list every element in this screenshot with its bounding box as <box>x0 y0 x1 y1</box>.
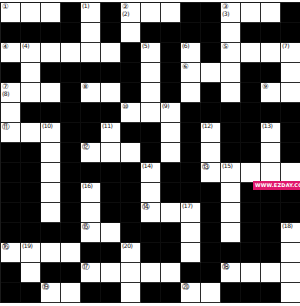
cell-r2c7[interactable] <box>121 23 141 43</box>
cell-r9c13[interactable] <box>241 163 261 183</box>
clue-number-r3c8: (5) <box>142 43 149 51</box>
cell-r1c2[interactable] <box>21 3 41 23</box>
cell-r1c5[interactable]: (1) <box>81 3 101 23</box>
clue-number-r7c6: (11) <box>102 123 112 131</box>
black-cell-r1c15 <box>281 3 300 23</box>
cell-r7c14[interactable]: (13) <box>261 123 281 143</box>
cell-r1c8[interactable] <box>141 3 161 23</box>
cell-r4c8[interactable] <box>141 63 161 83</box>
black-cell-r14c11 <box>201 263 221 283</box>
black-cell-r10c6 <box>101 183 121 203</box>
black-cell-r7c12 <box>221 123 241 143</box>
black-cell-r2c2 <box>21 23 41 43</box>
cell-r8c9[interactable] <box>161 143 181 163</box>
cell-r1c3[interactable] <box>41 3 61 23</box>
black-cell-r6c14 <box>261 103 281 123</box>
clue-number-r15c3: ⑲ <box>42 283 49 291</box>
clue-number-r14c12: ⑱ <box>222 263 229 271</box>
crossword-board: WWW.EZDAY.CO.KR ①(1)②(2)③(3)④(4)(5)(6)⑤(… <box>0 2 300 303</box>
black-cell-r15c13 <box>241 283 261 303</box>
cell-r3c3[interactable] <box>41 43 61 63</box>
cell-r9c8[interactable]: (14) <box>141 163 161 183</box>
cell-r12c5[interactable]: ⑮ <box>81 223 101 243</box>
black-cell-r15c5 <box>81 283 101 303</box>
black-cell-r11c11 <box>201 203 221 223</box>
black-cell-r12c14 <box>261 223 281 243</box>
black-cell-r2c1 <box>1 23 21 43</box>
clue-number-r7c3: (10) <box>42 123 52 131</box>
black-cell-r7c15 <box>281 123 300 143</box>
cell-r12c12[interactable] <box>221 223 241 243</box>
black-cell-r4c1 <box>1 63 21 83</box>
cell-r15c10[interactable]: ⑳ <box>181 283 201 303</box>
black-cell-r2c4 <box>61 23 81 43</box>
cell-r5c8[interactable] <box>141 83 161 103</box>
cell-r8c11[interactable] <box>201 143 221 163</box>
clue-number-r7c1: ⑪ <box>2 123 9 131</box>
black-cell-r5c4 <box>61 83 81 103</box>
black-cell-r4c6 <box>101 63 121 83</box>
black-cell-r5c9 <box>161 83 181 103</box>
cell-r8c14[interactable] <box>261 143 281 163</box>
cell-r9c14[interactable] <box>261 163 281 183</box>
cell-r13c2[interactable]: (19) <box>21 243 41 263</box>
cell-r1c9[interactable] <box>161 3 181 23</box>
black-cell-r13c5 <box>81 243 101 263</box>
watermark: WWW.EZDAY.CO.KR <box>253 181 300 190</box>
cell-r7c2[interactable] <box>21 123 41 143</box>
cell-r7c1[interactable]: ⑪ <box>1 123 21 143</box>
black-cell-r7c10 <box>181 123 201 143</box>
cell-r13c10[interactable] <box>181 243 201 263</box>
black-cell-r6c13 <box>241 103 261 123</box>
black-cell-r13c14 <box>261 243 281 263</box>
clue-number-r7c11: (12) <box>202 123 212 131</box>
black-cell-r13c6 <box>101 243 121 263</box>
black-cell-r15c1 <box>1 283 21 303</box>
cell-r1c13[interactable] <box>241 3 261 23</box>
cell-r12c15[interactable]: (18) <box>281 223 300 243</box>
cell-r6c8[interactable] <box>141 103 161 123</box>
cell-r4c11[interactable] <box>201 63 221 83</box>
cell-r4c2[interactable] <box>21 63 41 83</box>
cell-r10c3[interactable] <box>41 183 61 203</box>
black-cell-r2c14 <box>261 23 281 43</box>
black-cell-r6c12 <box>221 103 241 123</box>
black-cell-r9c5 <box>81 163 101 183</box>
black-cell-r8c1 <box>1 143 21 163</box>
cell-r15c4[interactable] <box>61 283 81 303</box>
cell-r15c15[interactable] <box>281 283 300 303</box>
cell-r5c15[interactable] <box>281 83 300 103</box>
cell-r12c10[interactable] <box>181 223 201 243</box>
black-cell-r15c9 <box>161 283 181 303</box>
black-cell-r8c15 <box>281 143 300 163</box>
black-cell-r13c11 <box>201 243 221 263</box>
black-cell-r8c8 <box>141 143 161 163</box>
cell-r6c7[interactable]: ⑩ <box>121 103 141 123</box>
clue-number-r1c5: (1) <box>82 3 89 11</box>
black-cell-r12c11 <box>201 223 221 243</box>
cell-r14c7[interactable] <box>121 263 141 283</box>
black-cell-r11c7 <box>121 203 141 223</box>
black-cell-r10c4 <box>61 183 81 203</box>
clue-number-r6c9: (9) <box>162 103 169 111</box>
cell-r1c14[interactable] <box>261 3 281 23</box>
black-cell-r4c14 <box>261 63 281 83</box>
cell-r14c13[interactable] <box>241 263 261 283</box>
cell-r13c4[interactable] <box>61 243 81 263</box>
black-cell-r6c10 <box>181 103 201 123</box>
cell-r4c15[interactable] <box>281 63 300 83</box>
cell-r11c3[interactable] <box>41 203 61 223</box>
cell-r3c8[interactable]: (5) <box>141 43 161 63</box>
clue-number-r9c8: (14) <box>142 163 152 171</box>
clue-number-r5c1: ⑦(8) <box>2 83 9 98</box>
cell-r3c15[interactable]: (7) <box>281 43 300 63</box>
cell-r12c6[interactable] <box>101 223 121 243</box>
black-cell-r6c2 <box>21 103 41 123</box>
black-cell-r4c13 <box>241 63 261 83</box>
cell-r5c6[interactable] <box>101 83 121 103</box>
black-cell-r1c10 <box>181 3 201 23</box>
black-cell-r13c12 <box>221 243 241 263</box>
black-cell-r7c8 <box>141 123 161 143</box>
clue-number-r10c5: (16) <box>82 183 92 191</box>
black-cell-r7c13 <box>241 123 261 143</box>
cell-r13c1[interactable]: ⑯ <box>1 243 21 263</box>
cell-r7c11[interactable]: (12) <box>201 123 221 143</box>
black-cell-r15c12 <box>221 283 241 303</box>
black-cell-r11c14 <box>261 203 281 223</box>
cell-r4c12[interactable] <box>221 63 241 83</box>
black-cell-r2c11 <box>201 23 221 43</box>
cell-r3c10[interactable]: (6) <box>181 43 201 63</box>
cell-r14c6[interactable] <box>101 263 121 283</box>
clue-number-r13c7: (20) <box>122 243 132 251</box>
black-cell-r12c4 <box>61 223 81 243</box>
cell-r14c5[interactable]: ⑰ <box>81 263 101 283</box>
black-cell-r2c15 <box>281 23 300 43</box>
black-cell-r12c1 <box>1 223 21 243</box>
cell-r7c9[interactable] <box>161 123 181 143</box>
black-cell-r12c9 <box>161 223 181 243</box>
black-cell-r9c7 <box>121 163 141 183</box>
black-cell-r12c8 <box>141 223 161 243</box>
cell-r14c15[interactable] <box>281 263 300 283</box>
black-cell-r1c6 <box>101 3 121 23</box>
black-cell-r2c6 <box>101 23 121 43</box>
cell-r3c1[interactable]: ④ <box>1 43 21 63</box>
cell-r5c3[interactable] <box>41 83 61 103</box>
black-cell-r12c3 <box>41 223 61 243</box>
clue-number-r11c8: ⑭ <box>142 203 149 211</box>
black-cell-r9c6 <box>101 163 121 183</box>
black-cell-r13c13 <box>241 243 261 263</box>
black-cell-r7c5 <box>81 123 101 143</box>
black-cell-r15c14 <box>261 283 281 303</box>
cell-r1c1[interactable]: ① <box>1 3 21 23</box>
cell-r3c14[interactable] <box>261 43 281 63</box>
cell-r15c3[interactable]: ⑲ <box>41 283 61 303</box>
black-cell-r10c10 <box>181 183 201 203</box>
cell-r14c14[interactable] <box>261 263 281 283</box>
black-cell-r9c10 <box>181 163 201 183</box>
black-cell-r4c9 <box>161 63 181 83</box>
cell-r10c12[interactable] <box>221 183 241 203</box>
cell-r1c7[interactable]: ②(2) <box>121 3 141 23</box>
cell-r13c7[interactable]: (20) <box>121 243 141 263</box>
black-cell-r6c3 <box>41 103 61 123</box>
clue-number-r3c12: ⑤ <box>222 43 228 51</box>
cell-r7c6[interactable]: (11) <box>101 123 121 143</box>
cell-r11c9[interactable] <box>161 203 181 223</box>
black-cell-r2c3 <box>41 23 61 43</box>
cell-r4c10[interactable]: ⑥ <box>181 63 201 83</box>
black-cell-r2c9 <box>161 23 181 43</box>
black-cell-r8c10 <box>181 143 201 163</box>
cell-r5c10[interactable] <box>181 83 201 103</box>
black-cell-r9c2 <box>21 163 41 183</box>
clue-number-r12c15: (18) <box>282 223 292 231</box>
clue-number-r1c7: ②(2) <box>122 3 129 18</box>
cell-r7c3[interactable]: (10) <box>41 123 61 143</box>
clue-number-r11c10: (17) <box>182 203 192 211</box>
cell-r13c15[interactable] <box>281 243 300 263</box>
clue-number-r3c1: ④ <box>2 43 8 51</box>
black-cell-r8c2 <box>21 143 41 163</box>
clue-number-r13c1: ⑯ <box>2 243 9 251</box>
black-cell-r15c8 <box>141 283 161 303</box>
black-cell-r6c5 <box>81 103 101 123</box>
black-cell-r6c6 <box>101 103 121 123</box>
clue-number-r1c12: ③(3) <box>222 3 229 18</box>
cell-r11c10[interactable]: (17) <box>181 203 201 223</box>
black-cell-r3c11 <box>201 43 221 63</box>
black-cell-r6c15 <box>281 103 300 123</box>
black-cell-r10c7 <box>121 183 141 203</box>
black-cell-r4c3 <box>41 63 61 83</box>
clue-number-r13c2: (19) <box>22 243 32 251</box>
cell-r9c11[interactable]: ⑬ <box>201 163 221 183</box>
black-cell-r2c13 <box>241 23 261 43</box>
black-cell-r12c7 <box>121 223 141 243</box>
black-cell-r11c2 <box>21 203 41 223</box>
clue-number-r1c1: ① <box>2 3 8 11</box>
black-cell-r13c9 <box>161 243 181 263</box>
clue-number-r5c14: ⑨ <box>262 83 268 91</box>
black-cell-r14c1 <box>1 263 21 283</box>
black-cell-r7c4 <box>61 123 81 143</box>
clue-number-r15c10: ⑳ <box>182 283 189 291</box>
black-cell-r3c9 <box>161 43 181 63</box>
black-cell-r10c11 <box>201 183 221 203</box>
cell-r10c8[interactable] <box>141 183 161 203</box>
black-cell-r5c7 <box>121 83 141 103</box>
cell-r14c12[interactable]: ⑱ <box>221 263 241 283</box>
black-cell-r9c9 <box>161 163 181 183</box>
clue-number-r6c7: ⑩ <box>122 103 128 111</box>
cell-r14c2[interactable] <box>21 263 41 283</box>
black-cell-r2c10 <box>181 23 201 43</box>
black-cell-r7c7 <box>121 123 141 143</box>
cell-r6c1[interactable] <box>1 103 21 123</box>
black-cell-r11c4 <box>61 203 81 223</box>
cell-r3c2[interactable]: (4) <box>21 43 41 63</box>
cell-r6c9[interactable]: (9) <box>161 103 181 123</box>
cell-r5c1[interactable]: ⑦(8) <box>1 83 21 103</box>
cell-r1c12[interactable]: ③(3) <box>221 3 241 23</box>
cell-r8c5[interactable]: ⑫ <box>81 143 101 163</box>
clue-number-r4c10: ⑥ <box>182 63 188 71</box>
black-cell-r5c11 <box>201 83 221 103</box>
clue-number-r3c2: (4) <box>22 43 29 51</box>
clue-number-r3c10: (6) <box>182 43 189 51</box>
black-cell-r10c9 <box>161 183 181 203</box>
black-cell-r15c2 <box>21 283 41 303</box>
cell-r14c9[interactable] <box>161 263 181 283</box>
cell-r3c12[interactable]: ⑤ <box>221 43 241 63</box>
black-cell-r6c11 <box>201 103 221 123</box>
cell-r15c11[interactable] <box>201 283 221 303</box>
cell-r15c7[interactable] <box>121 283 141 303</box>
cell-r9c3[interactable] <box>41 163 61 183</box>
black-cell-r3c7 <box>121 43 141 63</box>
cell-r2c5[interactable] <box>81 23 101 43</box>
black-cell-r6c4 <box>61 103 81 123</box>
black-cell-r4c4 <box>61 63 81 83</box>
cell-r11c8[interactable]: ⑭ <box>141 203 161 223</box>
black-cell-r14c10 <box>181 263 201 283</box>
cell-r3c4[interactable] <box>61 43 81 63</box>
clue-number-r9c11: ⑬ <box>202 163 209 171</box>
cell-r10c5[interactable]: (16) <box>81 183 101 203</box>
cell-r8c7[interactable] <box>121 143 141 163</box>
black-cell-r9c1 <box>1 163 21 183</box>
black-cell-r11c6 <box>101 203 121 223</box>
cell-r5c12[interactable] <box>221 83 241 103</box>
clue-number-r5c5: ⑧ <box>82 83 88 91</box>
cell-r3c13[interactable] <box>241 43 261 63</box>
cell-r8c3[interactable] <box>41 143 61 163</box>
black-cell-r10c1 <box>1 183 21 203</box>
cell-r8c6[interactable] <box>101 143 121 163</box>
black-cell-r11c1 <box>1 203 21 223</box>
clue-number-r9c12: (15) <box>222 163 232 171</box>
black-cell-r14c4 <box>61 263 81 283</box>
black-cell-r13c8 <box>141 243 161 263</box>
black-cell-r8c13 <box>241 143 261 163</box>
black-cell-r12c13 <box>241 223 261 243</box>
black-cell-r4c7 <box>121 63 141 83</box>
black-cell-r12c2 <box>21 223 41 243</box>
clue-number-r7c14: (13) <box>262 123 272 131</box>
cell-r3c6[interactable] <box>101 43 121 63</box>
black-cell-r5c13 <box>241 83 261 103</box>
black-cell-r1c4 <box>61 3 81 23</box>
clue-number-r12c5: ⑮ <box>82 223 89 231</box>
cell-r5c5[interactable]: ⑧ <box>81 83 101 103</box>
cell-r14c8[interactable] <box>141 263 161 283</box>
cell-r9c12[interactable]: (15) <box>221 163 241 183</box>
cell-r11c12[interactable] <box>221 203 241 223</box>
black-cell-r8c12 <box>221 143 241 163</box>
cell-r9c15[interactable] <box>281 163 300 183</box>
cell-r5c2[interactable] <box>21 83 41 103</box>
black-cell-r8c4 <box>61 143 81 163</box>
black-cell-r9c4 <box>61 163 81 183</box>
clue-number-r3c15: (7) <box>282 43 289 51</box>
black-cell-r4c5 <box>81 63 101 83</box>
cell-r13c3[interactable] <box>41 243 61 263</box>
black-cell-r15c6 <box>101 283 121 303</box>
clue-number-r14c5: ⑰ <box>82 263 89 271</box>
black-cell-r2c8 <box>141 23 161 43</box>
black-cell-r11c13 <box>241 203 261 223</box>
black-cell-r11c15 <box>281 203 300 223</box>
black-cell-r10c2 <box>21 183 41 203</box>
black-cell-r14c3 <box>41 263 61 283</box>
cell-r5c14[interactable]: ⑨ <box>261 83 281 103</box>
cell-r11c5[interactable] <box>81 203 101 223</box>
black-cell-r1c11 <box>201 3 221 23</box>
cell-r3c5[interactable] <box>81 43 101 63</box>
clue-number-r8c5: ⑫ <box>82 143 89 151</box>
cell-r2c12[interactable] <box>221 23 241 43</box>
